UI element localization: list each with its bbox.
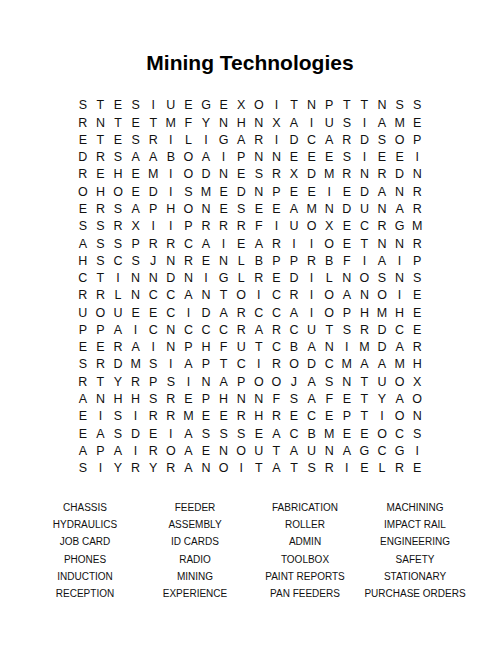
grid-cell-r12c19: I xyxy=(391,287,409,304)
word-list-item: IMPACT RAIL xyxy=(360,516,470,533)
grid-cell-r10c13: P xyxy=(285,252,303,269)
grid-cell-r21c11: U xyxy=(250,442,268,459)
grid-cell-r17c9: A xyxy=(215,373,233,390)
grid-cell-r15c15: N xyxy=(320,339,338,356)
grid-cell-r15c11: T xyxy=(250,339,268,356)
grid-cell-r13c11: C xyxy=(250,304,268,321)
grid-cell-r10c4: S xyxy=(127,252,145,269)
grid-cell-r8c13: U xyxy=(285,218,303,235)
grid-cell-r4c15: E xyxy=(320,149,338,166)
grid-cell-r5c19: D xyxy=(391,166,409,183)
grid-cell-r12c4: N xyxy=(127,287,145,304)
grid-cell-r21c17: G xyxy=(356,442,374,459)
grid-cell-r12c1: R xyxy=(74,287,92,304)
grid-cell-r21c10: O xyxy=(232,442,250,459)
grid-cell-r22c19: R xyxy=(391,460,409,477)
grid-cell-r5c6: I xyxy=(162,166,180,183)
grid-cell-r4c5: A xyxy=(144,149,162,166)
grid-cell-r8c9: R xyxy=(215,218,233,235)
grid-cell-r1c10: X xyxy=(232,97,250,114)
grid-cell-r16c1: S xyxy=(74,356,92,373)
grid-cell-r5c3: H xyxy=(109,166,127,183)
grid-cell-r8c6: I xyxy=(162,218,180,235)
grid-cell-r3c18: S xyxy=(373,132,391,149)
grid-cell-r5c1: R xyxy=(74,166,92,183)
grid-cell-r2c10: H xyxy=(232,114,250,131)
grid-cell-r10c1: H xyxy=(74,252,92,269)
grid-cell-r2c8: Y xyxy=(197,114,215,131)
grid-cell-r22c13: T xyxy=(285,460,303,477)
grid-cell-r8c15: X xyxy=(320,218,338,235)
grid-cell-r17c17: T xyxy=(356,373,374,390)
grid-cell-r4c18: E xyxy=(373,149,391,166)
grid-cell-r13c2: O xyxy=(92,304,110,321)
grid-cell-r19c13: E xyxy=(285,408,303,425)
grid-cell-r17c2: T xyxy=(92,373,110,390)
grid-cell-r5c4: E xyxy=(127,166,145,183)
grid-cell-r19c9: E xyxy=(215,408,233,425)
grid-cell-r13c4: E xyxy=(127,304,145,321)
grid-cell-r1c16: T xyxy=(338,97,356,114)
grid-cell-r7c1: E xyxy=(74,201,92,218)
grid-cell-r14c5: C xyxy=(144,322,162,339)
grid-cell-r14c1: P xyxy=(74,322,92,339)
word-list-item: CHASSIS xyxy=(30,499,140,516)
grid-cell-r21c5: R xyxy=(144,442,162,459)
grid-cell-r11c14: I xyxy=(303,270,321,287)
grid-cell-r18c18: Y xyxy=(373,391,391,408)
grid-cell-r11c11: R xyxy=(250,270,268,287)
grid-cell-r22c10: I xyxy=(232,460,250,477)
grid-cell-r10c10: L xyxy=(232,252,250,269)
grid-cell-r2c12: X xyxy=(268,114,286,131)
grid-cell-r6c11: N xyxy=(250,183,268,200)
grid-cell-r9c3: S xyxy=(109,235,127,252)
word-list-item: PURCHASE ORDERS xyxy=(360,585,470,602)
grid-cell-r17c7: I xyxy=(180,373,198,390)
grid-cell-r1c12: I xyxy=(268,97,286,114)
grid-cell-r22c16: I xyxy=(338,460,356,477)
grid-cell-r11c19: N xyxy=(391,270,409,287)
grid-cell-r1c11: O xyxy=(250,97,268,114)
grid-cell-r15c9: F xyxy=(215,339,233,356)
grid-cell-r6c14: E xyxy=(303,183,321,200)
grid-cell-r18c7: E xyxy=(180,391,198,408)
grid-cell-r5c18: R xyxy=(373,166,391,183)
grid-cell-r1c18: N xyxy=(373,97,391,114)
grid-cell-r14c7: C xyxy=(180,322,198,339)
grid-cell-r8c19: G xyxy=(391,218,409,235)
grid-cell-r1c19: S xyxy=(391,97,409,114)
grid-cell-r13c17: H xyxy=(356,304,374,321)
grid-cell-r9c16: E xyxy=(338,235,356,252)
grid-cell-r14c11: A xyxy=(250,322,268,339)
grid-cell-r2c20: E xyxy=(408,114,426,131)
grid-cell-r18c5: S xyxy=(144,391,162,408)
grid-cell-r22c14: S xyxy=(303,460,321,477)
grid-cell-r11c7: N xyxy=(180,270,198,287)
grid-cell-r18c12: F xyxy=(268,391,286,408)
grid-cell-r12c9: T xyxy=(215,287,233,304)
grid-cell-r16c3: D xyxy=(109,356,127,373)
grid-cell-r6c15: I xyxy=(320,183,338,200)
word-list-item: ASSEMBLY xyxy=(140,516,250,533)
grid-cell-r19c12: R xyxy=(268,408,286,425)
word-list-item: SAFETY xyxy=(360,551,470,568)
grid-cell-r2c6: M xyxy=(162,114,180,131)
grid-cell-r9c12: R xyxy=(268,235,286,252)
grid-cell-r13c6: C xyxy=(162,304,180,321)
grid-cell-r16c16: M xyxy=(338,356,356,373)
grid-cell-r19c2: I xyxy=(92,408,110,425)
grid-cell-r7c19: A xyxy=(391,201,409,218)
grid-cell-r2c2: N xyxy=(92,114,110,131)
grid-cell-r3c14: C xyxy=(303,132,321,149)
grid-cell-r14c9: C xyxy=(215,322,233,339)
grid-cell-r19c18: I xyxy=(373,408,391,425)
grid-cell-r9c1: A xyxy=(74,235,92,252)
grid-cell-r15c20: R xyxy=(408,339,426,356)
word-list-item: HYDRAULICS xyxy=(30,516,140,533)
grid-cell-r15c13: B xyxy=(285,339,303,356)
grid-cell-r19c11: H xyxy=(250,408,268,425)
grid-cell-r8c20: M xyxy=(408,218,426,235)
grid-cell-r10c2: S xyxy=(92,252,110,269)
grid-cell-r19c15: E xyxy=(320,408,338,425)
grid-cell-r2c9: N xyxy=(215,114,233,131)
grid-cell-r4c14: E xyxy=(303,149,321,166)
grid-cell-r5c13: X xyxy=(285,166,303,183)
grid-cell-r10c17: I xyxy=(356,252,374,269)
grid-cell-r4c11: N xyxy=(250,149,268,166)
grid-cell-r7c17: U xyxy=(356,201,374,218)
grid-cell-r21c9: N xyxy=(215,442,233,459)
grid-cell-r18c4: H xyxy=(127,391,145,408)
puzzle-title: Mining Technologies xyxy=(0,51,500,75)
grid-cell-r13c3: U xyxy=(109,304,127,321)
grid-cell-r7c12: E xyxy=(268,201,286,218)
word-list-column-3: FABRICATIONROLLERADMINTOOLBOXPAINT REPOR… xyxy=(250,499,360,602)
grid-cell-r11c16: N xyxy=(338,270,356,287)
grid-cell-r16c18: A xyxy=(373,356,391,373)
grid-cell-r7c15: N xyxy=(320,201,338,218)
grid-cell-r4c2: R xyxy=(92,149,110,166)
grid-cell-r13c8: D xyxy=(197,304,215,321)
grid-cell-r1c6: U xyxy=(162,97,180,114)
grid-cell-r8c17: C xyxy=(356,218,374,235)
grid-cell-r6c3: O xyxy=(109,183,127,200)
grid-cell-r13c20: E xyxy=(408,304,426,321)
grid-cell-r3c19: O xyxy=(391,132,409,149)
grid-cell-r5c11: S xyxy=(250,166,268,183)
grid-cell-r10c7: R xyxy=(180,252,198,269)
grid-cell-r12c2: R xyxy=(92,287,110,304)
grid-cell-r18c10: N xyxy=(232,391,250,408)
grid-cell-r21c13: A xyxy=(285,442,303,459)
grid-cell-r19c6: R xyxy=(162,408,180,425)
grid-cell-r6c7: S xyxy=(180,183,198,200)
grid-cell-r7c5: P xyxy=(144,201,162,218)
grid-cell-r11c8: I xyxy=(197,270,215,287)
grid-cell-r16c8: P xyxy=(197,356,215,373)
word-list-item: JOB CARD xyxy=(30,533,140,550)
grid-cell-r8c10: R xyxy=(232,218,250,235)
grid-cell-r5c16: R xyxy=(338,166,356,183)
grid-cell-r21c4: I xyxy=(127,442,145,459)
grid-cell-r1c5: I xyxy=(144,97,162,114)
grid-cell-r3c6: I xyxy=(162,132,180,149)
grid-cell-r21c18: C xyxy=(373,442,391,459)
grid-cell-r5c14: D xyxy=(303,166,321,183)
word-list-item: MINING xyxy=(140,568,250,585)
grid-cell-r2c18: A xyxy=(373,114,391,131)
grid-cell-r10c11: B xyxy=(250,252,268,269)
grid-cell-r9c17: T xyxy=(356,235,374,252)
grid-cell-r12c3: L xyxy=(109,287,127,304)
grid-cell-r19c5: R xyxy=(144,408,162,425)
grid-cell-r8c11: F xyxy=(250,218,268,235)
grid-cell-r8c18: R xyxy=(373,218,391,235)
grid-cell-r12c8: N xyxy=(197,287,215,304)
word-list-item: STATIONARY xyxy=(360,568,470,585)
grid-cell-r8c4: X xyxy=(127,218,145,235)
grid-cell-r17c15: S xyxy=(320,373,338,390)
grid-cell-r4c12: N xyxy=(268,149,286,166)
grid-cell-r21c3: A xyxy=(109,442,127,459)
grid-cell-r11c6: D xyxy=(162,270,180,287)
word-list-item: PAINT REPORTS xyxy=(250,568,360,585)
grid-cell-r11c17: O xyxy=(356,270,374,287)
grid-cell-r22c7: A xyxy=(180,460,198,477)
grid-cell-r19c1: E xyxy=(74,408,92,425)
grid-cell-r11c10: L xyxy=(232,270,250,287)
grid-cell-r20c19: C xyxy=(391,425,409,442)
grid-cell-r15c17: M xyxy=(356,339,374,356)
grid-cell-r18c2: N xyxy=(92,391,110,408)
grid-cell-r2c13: A xyxy=(285,114,303,131)
grid-cell-r20c11: E xyxy=(250,425,268,442)
grid-cell-r6c13: E xyxy=(285,183,303,200)
grid-cell-r20c20: S xyxy=(408,425,426,442)
grid-cell-r14c18: D xyxy=(373,322,391,339)
grid-cell-r6c8: M xyxy=(197,183,215,200)
grid-cell-r20c7: A xyxy=(180,425,198,442)
grid-cell-r22c3: Y xyxy=(109,460,127,477)
grid-cell-r14c20: E xyxy=(408,322,426,339)
grid-cell-r4c1: D xyxy=(74,149,92,166)
grid-cell-r18c3: H xyxy=(109,391,127,408)
grid-cell-r22c12: A xyxy=(268,460,286,477)
grid-cell-r6c19: N xyxy=(391,183,409,200)
grid-cell-r14c16: S xyxy=(338,322,356,339)
word-list-item: PAN FEEDERS xyxy=(250,585,360,602)
word-list-item: FABRICATION xyxy=(250,499,360,516)
grid-cell-r10c5: J xyxy=(144,252,162,269)
grid-cell-r15c2: E xyxy=(92,339,110,356)
grid-cell-r4c6: B xyxy=(162,149,180,166)
grid-cell-r10c16: F xyxy=(338,252,356,269)
grid-cell-r10c12: P xyxy=(268,252,286,269)
grid-cell-r5c5: M xyxy=(144,166,162,183)
grid-cell-r6c12: P xyxy=(268,183,286,200)
grid-cell-r7c6: H xyxy=(162,201,180,218)
grid-cell-r4c4: A xyxy=(127,149,145,166)
grid-cell-r14c2: P xyxy=(92,322,110,339)
grid-cell-r11c3: I xyxy=(109,270,127,287)
grid-cell-r5c12: R xyxy=(268,166,286,183)
grid-cell-r5c8: D xyxy=(197,166,215,183)
word-list-column-4: MACHININGIMPACT RAILENGINEERINGSAFETYSTA… xyxy=(360,499,470,602)
grid-cell-r15c8: H xyxy=(197,339,215,356)
word-list-item: ENGINEERING xyxy=(360,533,470,550)
grid-cell-r4c8: A xyxy=(197,149,215,166)
grid-cell-r14c4: I xyxy=(127,322,145,339)
grid-cell-r15c7: P xyxy=(180,339,198,356)
grid-cell-r20c8: S xyxy=(197,425,215,442)
grid-cell-r19c17: T xyxy=(356,408,374,425)
grid-cell-r16c13: O xyxy=(285,356,303,373)
grid-cell-r1c13: T xyxy=(285,97,303,114)
grid-cell-r11c12: E xyxy=(268,270,286,287)
grid-cell-r2c16: S xyxy=(338,114,356,131)
word-list-item: EXPERIENCE xyxy=(140,585,250,602)
grid-cell-r22c15: R xyxy=(320,460,338,477)
grid-cell-r11c15: L xyxy=(320,270,338,287)
grid-cell-r16c11: I xyxy=(250,356,268,373)
grid-cell-r18c13: S xyxy=(285,391,303,408)
grid-cell-r1c15: P xyxy=(320,97,338,114)
grid-cell-r7c10: S xyxy=(232,201,250,218)
grid-cell-r8c16: E xyxy=(338,218,356,235)
grid-cell-r21c14: U xyxy=(303,442,321,459)
grid-cell-r1c4: S xyxy=(127,97,145,114)
grid-cell-r13c5: E xyxy=(144,304,162,321)
grid-cell-r14c17: R xyxy=(356,322,374,339)
grid-cell-r1c7: E xyxy=(180,97,198,114)
grid-cell-r3c10: A xyxy=(232,132,250,149)
grid-cell-r14c8: C xyxy=(197,322,215,339)
grid-cell-r19c10: R xyxy=(232,408,250,425)
grid-cell-r10c19: I xyxy=(391,252,409,269)
grid-cell-r3c15: A xyxy=(320,132,338,149)
grid-cell-r17c4: R xyxy=(127,373,145,390)
grid-cell-r5c2: E xyxy=(92,166,110,183)
word-list-item: ADMIN xyxy=(250,533,360,550)
grid-cell-r3c2: T xyxy=(92,132,110,149)
grid-cell-r15c14: A xyxy=(303,339,321,356)
grid-cell-r1c1: S xyxy=(74,97,92,114)
grid-cell-r4c10: P xyxy=(232,149,250,166)
grid-cell-r3c9: G xyxy=(215,132,233,149)
grid-cell-r21c15: N xyxy=(320,442,338,459)
grid-cell-r13c16: P xyxy=(338,304,356,321)
grid-cell-r18c16: E xyxy=(338,391,356,408)
grid-cell-r17c14: A xyxy=(303,373,321,390)
grid-cell-r18c11: N xyxy=(250,391,268,408)
grid-cell-r16c2: R xyxy=(92,356,110,373)
grid-cell-r9c8: A xyxy=(197,235,215,252)
grid-cell-r20c12: A xyxy=(268,425,286,442)
grid-cell-r3c17: D xyxy=(356,132,374,149)
word-list-item: MACHINING xyxy=(360,499,470,516)
grid-cell-r20c14: B xyxy=(303,425,321,442)
word-list-item: ROLLER xyxy=(250,516,360,533)
word-list-item: RADIO xyxy=(140,551,250,568)
grid-cell-r4c9: I xyxy=(215,149,233,166)
grid-cell-r19c16: P xyxy=(338,408,356,425)
grid-cell-r17c1: R xyxy=(74,373,92,390)
grid-cell-r12c18: O xyxy=(373,287,391,304)
grid-cell-r21c19: G xyxy=(391,442,409,459)
grid-cell-r9c4: P xyxy=(127,235,145,252)
grid-cell-r3c7: L xyxy=(180,132,198,149)
grid-cell-r3c12: I xyxy=(268,132,286,149)
grid-cell-r1c14: N xyxy=(303,97,321,114)
grid-cell-r8c1: S xyxy=(74,218,92,235)
grid-cell-r17c3: Y xyxy=(109,373,127,390)
grid-cell-r3c8: I xyxy=(197,132,215,149)
grid-cell-r15c4: A xyxy=(127,339,145,356)
grid-cell-r3c13: D xyxy=(285,132,303,149)
grid-cell-r9c6: R xyxy=(162,235,180,252)
grid-cell-r11c4: N xyxy=(127,270,145,287)
grid-cell-r21c6: O xyxy=(162,442,180,459)
grid-cell-r21c1: A xyxy=(74,442,92,459)
grid-cell-r7c14: M xyxy=(303,201,321,218)
grid-cell-r5c7: O xyxy=(180,166,198,183)
grid-cell-r12c15: O xyxy=(320,287,338,304)
grid-cell-r12c20: E xyxy=(408,287,426,304)
grid-cell-r1c2: T xyxy=(92,97,110,114)
grid-cell-r17c18: U xyxy=(373,373,391,390)
grid-cell-r7c13: A xyxy=(285,201,303,218)
grid-cell-r19c4: I xyxy=(127,408,145,425)
grid-cell-r9c14: I xyxy=(303,235,321,252)
grid-cell-r17c16: N xyxy=(338,373,356,390)
grid-cell-r19c19: O xyxy=(391,408,409,425)
grid-cell-r16c12: R xyxy=(268,356,286,373)
grid-cell-r9c11: A xyxy=(250,235,268,252)
grid-cell-r8c7: P xyxy=(180,218,198,235)
grid-cell-r6c6: I xyxy=(162,183,180,200)
grid-cell-r12c13: R xyxy=(285,287,303,304)
grid-cell-r12c10: O xyxy=(232,287,250,304)
grid-cell-r17c10: P xyxy=(232,373,250,390)
grid-cell-r13c12: C xyxy=(268,304,286,321)
grid-cell-r10c3: C xyxy=(109,252,127,269)
grid-cell-r7c4: A xyxy=(127,201,145,218)
grid-cell-r9c18: N xyxy=(373,235,391,252)
grid-cell-r9c13: I xyxy=(285,235,303,252)
grid-cell-r2c19: M xyxy=(391,114,409,131)
grid-cell-r16c14: D xyxy=(303,356,321,373)
grid-cell-r10c9: N xyxy=(215,252,233,269)
grid-cell-r22c5: Y xyxy=(144,460,162,477)
grid-cell-r21c12: T xyxy=(268,442,286,459)
letter-grid: STESIUEGEXOITNPTTNSSRNTETMFYNHNXAIUSIAME… xyxy=(74,97,426,477)
grid-cell-r16c6: I xyxy=(162,356,180,373)
grid-cell-r16c7: A xyxy=(180,356,198,373)
grid-cell-r6c18: A xyxy=(373,183,391,200)
grid-cell-r16c10: C xyxy=(232,356,250,373)
grid-cell-r17c8: N xyxy=(197,373,215,390)
grid-cell-r8c5: I xyxy=(144,218,162,235)
grid-cell-r17c13: J xyxy=(285,373,303,390)
grid-cell-r1c20: S xyxy=(408,97,426,114)
grid-cell-r7c20: R xyxy=(408,201,426,218)
grid-cell-r21c8: E xyxy=(197,442,215,459)
grid-cell-r16c4: M xyxy=(127,356,145,373)
